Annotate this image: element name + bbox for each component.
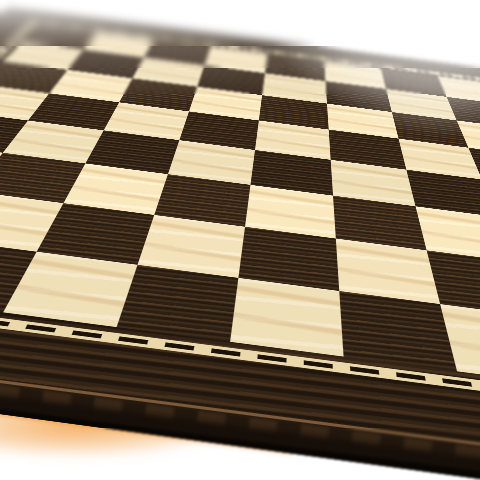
board-field	[0, 25, 480, 401]
scene	[0, 0, 480, 480]
board-square	[230, 278, 343, 357]
board-square	[117, 265, 239, 342]
